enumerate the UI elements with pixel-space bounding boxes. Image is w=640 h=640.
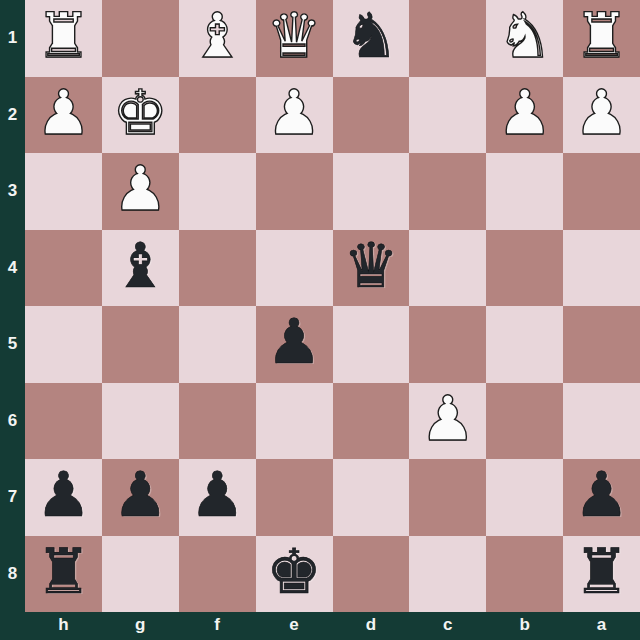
square-e6[interactable] — [256, 383, 333, 460]
square-e8[interactable]: ♚ — [256, 536, 333, 613]
rank-label-5: 5 — [0, 306, 25, 383]
piece-black-rook-h8[interactable]: ♜ — [36, 541, 92, 607]
file-labels: hgfedcba — [25, 612, 640, 640]
square-d7[interactable] — [333, 459, 410, 536]
rank-label-6: 6 — [0, 383, 25, 460]
square-b7[interactable] — [486, 459, 563, 536]
piece-white-pawn-g3[interactable]: ♟ — [113, 158, 169, 224]
piece-black-pawn-a7[interactable]: ♟ — [574, 464, 630, 530]
piece-white-bishop-f1[interactable]: ♝ — [189, 5, 245, 71]
square-c4[interactable] — [409, 230, 486, 307]
piece-black-pawn-g7[interactable]: ♟ — [113, 464, 169, 530]
file-label-d: d — [333, 612, 410, 640]
piece-white-knight-b1[interactable]: ♞ — [497, 5, 553, 71]
piece-black-rook-a8[interactable]: ♜ — [574, 541, 630, 607]
square-h1[interactable]: ♜ — [25, 0, 102, 77]
square-g1[interactable] — [102, 0, 179, 77]
square-c2[interactable] — [409, 77, 486, 154]
square-h4[interactable] — [25, 230, 102, 307]
square-f4[interactable] — [179, 230, 256, 307]
file-label-c: c — [409, 612, 486, 640]
square-d2[interactable] — [333, 77, 410, 154]
piece-black-king-e8[interactable]: ♚ — [266, 541, 322, 607]
piece-black-pawn-h7[interactable]: ♟ — [36, 464, 92, 530]
file-label-h: h — [25, 612, 102, 640]
square-h2[interactable]: ♟ — [25, 77, 102, 154]
square-d6[interactable] — [333, 383, 410, 460]
square-g6[interactable] — [102, 383, 179, 460]
square-f8[interactable] — [179, 536, 256, 613]
square-f3[interactable] — [179, 153, 256, 230]
square-h3[interactable] — [25, 153, 102, 230]
square-c1[interactable] — [409, 0, 486, 77]
square-c7[interactable] — [409, 459, 486, 536]
piece-white-rook-a1[interactable]: ♜ — [574, 5, 630, 71]
square-b5[interactable] — [486, 306, 563, 383]
square-d8[interactable] — [333, 536, 410, 613]
rank-label-2: 2 — [0, 77, 25, 154]
square-g3[interactable]: ♟ — [102, 153, 179, 230]
square-b4[interactable] — [486, 230, 563, 307]
piece-black-pawn-e5[interactable]: ♟ — [266, 311, 322, 377]
square-d1[interactable]: ♞ — [333, 0, 410, 77]
piece-white-pawn-b2[interactable]: ♟ — [497, 82, 553, 148]
rank-labels: 12345678 — [0, 0, 25, 612]
square-d3[interactable] — [333, 153, 410, 230]
square-b3[interactable] — [486, 153, 563, 230]
square-c3[interactable] — [409, 153, 486, 230]
square-e4[interactable] — [256, 230, 333, 307]
square-a1[interactable]: ♜ — [563, 0, 640, 77]
rank-label-4: 4 — [0, 230, 25, 307]
board-grid: ♜♝♛♞♞♜♟♚♟♟♟♟♝♛♟♟♟♟♟♟♜♚♜ — [25, 0, 640, 612]
piece-white-pawn-h2[interactable]: ♟ — [36, 82, 92, 148]
piece-black-bishop-g4[interactable]: ♝ — [113, 235, 169, 301]
square-a2[interactable]: ♟ — [563, 77, 640, 154]
piece-white-rook-h1[interactable]: ♜ — [36, 5, 92, 71]
square-h5[interactable] — [25, 306, 102, 383]
square-a8[interactable]: ♜ — [563, 536, 640, 613]
square-b6[interactable] — [486, 383, 563, 460]
square-a4[interactable] — [563, 230, 640, 307]
square-c6[interactable]: ♟ — [409, 383, 486, 460]
piece-white-pawn-c6[interactable]: ♟ — [420, 388, 476, 454]
square-f1[interactable]: ♝ — [179, 0, 256, 77]
piece-white-pawn-e2[interactable]: ♟ — [266, 82, 322, 148]
square-a6[interactable] — [563, 383, 640, 460]
piece-black-queen-d4[interactable]: ♛ — [343, 235, 399, 301]
square-b8[interactable] — [486, 536, 563, 613]
square-e5[interactable]: ♟ — [256, 306, 333, 383]
rank-label-3: 3 — [0, 153, 25, 230]
square-e2[interactable]: ♟ — [256, 77, 333, 154]
file-label-a: a — [563, 612, 640, 640]
piece-white-king-g2[interactable]: ♚ — [113, 82, 169, 148]
square-e7[interactable] — [256, 459, 333, 536]
square-c8[interactable] — [409, 536, 486, 613]
square-e1[interactable]: ♛ — [256, 0, 333, 77]
square-h8[interactable]: ♜ — [25, 536, 102, 613]
file-label-e: e — [256, 612, 333, 640]
square-g4[interactable]: ♝ — [102, 230, 179, 307]
square-f7[interactable]: ♟ — [179, 459, 256, 536]
square-f5[interactable] — [179, 306, 256, 383]
square-b2[interactable]: ♟ — [486, 77, 563, 154]
square-b1[interactable]: ♞ — [486, 0, 563, 77]
square-g5[interactable] — [102, 306, 179, 383]
square-d4[interactable]: ♛ — [333, 230, 410, 307]
piece-black-pawn-f7[interactable]: ♟ — [189, 464, 245, 530]
square-g7[interactable]: ♟ — [102, 459, 179, 536]
square-c5[interactable] — [409, 306, 486, 383]
piece-black-knight-d1[interactable]: ♞ — [343, 5, 399, 71]
square-a3[interactable] — [563, 153, 640, 230]
chess-board: 12345678 ♜♝♛♞♞♜♟♚♟♟♟♟♝♛♟♟♟♟♟♟♜♚♜ hgfedcb… — [0, 0, 640, 640]
file-label-b: b — [486, 612, 563, 640]
square-d5[interactable] — [333, 306, 410, 383]
square-a7[interactable]: ♟ — [563, 459, 640, 536]
square-e3[interactable] — [256, 153, 333, 230]
square-g8[interactable] — [102, 536, 179, 613]
square-f6[interactable] — [179, 383, 256, 460]
square-h7[interactable]: ♟ — [25, 459, 102, 536]
rank-label-8: 8 — [0, 536, 25, 613]
square-f2[interactable] — [179, 77, 256, 154]
file-label-g: g — [102, 612, 179, 640]
file-label-f: f — [179, 612, 256, 640]
rank-label-7: 7 — [0, 459, 25, 536]
piece-white-queen-e1[interactable]: ♛ — [266, 5, 322, 71]
rank-label-1: 1 — [0, 0, 25, 77]
piece-white-pawn-a2[interactable]: ♟ — [574, 82, 630, 148]
square-a5[interactable] — [563, 306, 640, 383]
square-g2[interactable]: ♚ — [102, 77, 179, 154]
square-h6[interactable] — [25, 383, 102, 460]
